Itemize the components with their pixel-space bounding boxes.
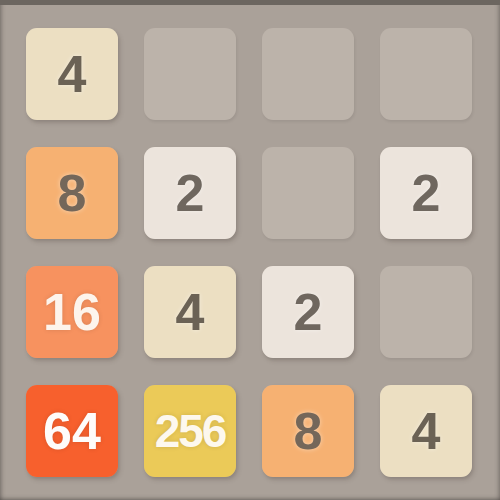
board-cell-r2c4: 2: [380, 147, 472, 239]
tile-2: 2: [380, 147, 472, 239]
tile-4: 4: [380, 385, 472, 477]
board-cell-r4c3: 8: [262, 385, 354, 477]
tile-256: 256: [144, 385, 236, 477]
board-cell-r1c3: [262, 28, 354, 120]
tile-2: 2: [144, 147, 236, 239]
board-cell-r4c4: 4: [380, 385, 472, 477]
tile-8: 8: [26, 147, 118, 239]
board-cell-r3c2: 4: [144, 266, 236, 358]
board-cell-r3c4: [380, 266, 472, 358]
board-cell-r1c1: 4: [26, 28, 118, 120]
board-cell-r2c2: 2: [144, 147, 236, 239]
board-cell-r2c3: [262, 147, 354, 239]
board-cell-r3c3: 2: [262, 266, 354, 358]
board[interactable]: 482216426425684: [26, 28, 472, 477]
top-edge-bar: [0, 0, 500, 5]
board-cell-r1c4: [380, 28, 472, 120]
board-cell-r1c2: [144, 28, 236, 120]
board-cell-r2c1: 8: [26, 147, 118, 239]
game-screen: 482216426425684: [0, 0, 500, 500]
board-cell-r4c1: 64: [26, 385, 118, 477]
board-cell-r3c1: 16: [26, 266, 118, 358]
tile-4: 4: [144, 266, 236, 358]
tile-16: 16: [26, 266, 118, 358]
tile-64: 64: [26, 385, 118, 477]
tile-8: 8: [262, 385, 354, 477]
tile-4: 4: [26, 28, 118, 120]
tile-2: 2: [262, 266, 354, 358]
board-cell-r4c2: 256: [144, 385, 236, 477]
